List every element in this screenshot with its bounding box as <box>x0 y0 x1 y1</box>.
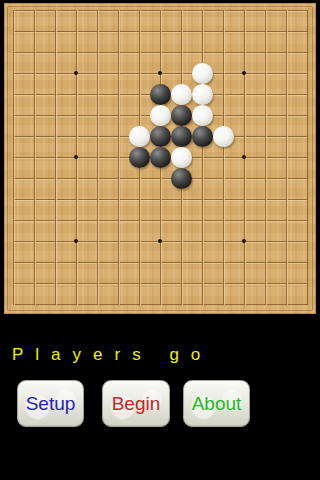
app-screen: Players go Setup Begin About <box>0 0 320 480</box>
black-stone <box>171 126 192 147</box>
black-stone <box>192 126 213 147</box>
begin-button[interactable]: Begin <box>102 380 170 427</box>
app-title: Players go <box>12 345 212 365</box>
black-stone <box>150 84 171 105</box>
white-stone <box>150 105 171 126</box>
star-point <box>74 155 78 159</box>
white-stone <box>171 147 192 168</box>
black-stone <box>171 105 192 126</box>
star-point <box>158 71 162 75</box>
star-point <box>242 155 246 159</box>
black-stone <box>129 147 150 168</box>
star-point <box>242 71 246 75</box>
white-stone <box>129 126 150 147</box>
white-stone <box>192 84 213 105</box>
black-stone <box>171 168 192 189</box>
about-button[interactable]: About <box>183 380 250 427</box>
white-stone <box>171 84 192 105</box>
black-stone <box>150 126 171 147</box>
goban-board[interactable] <box>4 3 316 314</box>
white-stone <box>192 105 213 126</box>
star-point <box>74 71 78 75</box>
white-stone <box>192 63 213 84</box>
board-grid <box>13 10 308 305</box>
black-stone <box>150 147 171 168</box>
star-point <box>158 239 162 243</box>
star-point <box>242 239 246 243</box>
star-point <box>74 239 78 243</box>
white-stone <box>213 126 234 147</box>
setup-button[interactable]: Setup <box>17 380 84 427</box>
